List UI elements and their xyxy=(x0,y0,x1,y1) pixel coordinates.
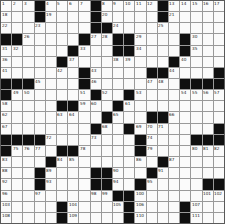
white-cell[interactable] xyxy=(57,168,67,178)
white-cell[interactable] xyxy=(12,202,22,212)
white-cell[interactable]: 100 xyxy=(135,191,145,201)
white-cell[interactable] xyxy=(12,101,22,111)
white-cell[interactable] xyxy=(191,68,201,78)
white-cell[interactable] xyxy=(158,135,168,145)
white-cell[interactable] xyxy=(214,213,224,223)
white-cell[interactable] xyxy=(102,68,112,78)
white-cell[interactable] xyxy=(180,23,190,33)
white-cell[interactable] xyxy=(191,23,201,33)
white-cell[interactable] xyxy=(135,12,145,22)
white-cell[interactable]: 52 xyxy=(102,90,112,100)
white-cell[interactable] xyxy=(203,157,213,167)
white-cell[interactable] xyxy=(79,12,89,22)
white-cell[interactable] xyxy=(124,112,134,122)
white-cell[interactable] xyxy=(203,168,213,178)
white-cell[interactable] xyxy=(203,23,213,33)
white-cell[interactable]: 3 xyxy=(23,1,33,11)
white-cell[interactable] xyxy=(191,191,201,201)
white-cell[interactable]: 28 xyxy=(102,34,112,44)
white-cell[interactable]: 56 xyxy=(203,90,213,100)
white-cell[interactable]: 40 xyxy=(180,57,190,67)
white-cell[interactable] xyxy=(180,101,190,111)
white-cell[interactable]: 77 xyxy=(35,146,45,156)
white-cell[interactable] xyxy=(113,157,123,167)
white-cell[interactable]: 103 xyxy=(1,202,11,212)
white-cell[interactable]: 20 xyxy=(102,12,112,22)
white-cell[interactable]: 109 xyxy=(68,213,78,223)
white-cell[interactable] xyxy=(180,191,190,201)
white-cell[interactable] xyxy=(191,112,201,122)
white-cell[interactable]: 62 xyxy=(1,112,11,122)
white-cell[interactable] xyxy=(102,157,112,167)
white-cell[interactable] xyxy=(46,112,56,122)
white-cell[interactable] xyxy=(35,46,45,56)
white-cell[interactable] xyxy=(12,157,22,167)
white-cell[interactable] xyxy=(23,179,33,189)
white-cell[interactable]: 111 xyxy=(191,213,201,223)
white-cell[interactable] xyxy=(23,124,33,134)
white-cell[interactable] xyxy=(23,157,33,167)
white-cell[interactable]: 21 xyxy=(169,12,179,22)
white-cell[interactable]: 108 xyxy=(1,213,11,223)
white-cell[interactable]: 26 xyxy=(23,34,33,44)
white-cell[interactable] xyxy=(46,213,56,223)
white-cell[interactable] xyxy=(23,202,33,212)
white-cell[interactable]: 15 xyxy=(191,1,201,11)
white-cell[interactable] xyxy=(23,12,33,22)
white-cell[interactable]: 19 xyxy=(46,12,56,22)
white-cell[interactable]: 68 xyxy=(102,124,112,134)
white-cell[interactable]: 72 xyxy=(46,135,56,145)
white-cell[interactable] xyxy=(203,101,213,111)
white-cell[interactable] xyxy=(169,124,179,134)
white-cell[interactable] xyxy=(57,124,67,134)
white-cell[interactable] xyxy=(91,157,101,167)
white-cell[interactable]: 61 xyxy=(124,101,134,111)
white-cell[interactable] xyxy=(12,168,22,178)
white-cell[interactable]: 90 xyxy=(113,168,123,178)
white-cell[interactable] xyxy=(46,23,56,33)
white-cell[interactable]: 45 xyxy=(35,79,45,89)
white-cell[interactable]: 22 xyxy=(1,23,11,33)
white-cell[interactable]: 107 xyxy=(191,202,201,212)
white-cell[interactable] xyxy=(23,68,33,78)
white-cell[interactable] xyxy=(68,179,78,189)
white-cell[interactable] xyxy=(57,12,67,22)
white-cell[interactable] xyxy=(214,57,224,67)
white-cell[interactable] xyxy=(57,79,67,89)
white-cell[interactable] xyxy=(203,46,213,56)
white-cell[interactable]: 4 xyxy=(46,1,56,11)
white-cell[interactable] xyxy=(68,135,78,145)
white-cell[interactable] xyxy=(158,179,168,189)
white-cell[interactable]: 37 xyxy=(68,57,78,67)
white-cell[interactable] xyxy=(169,191,179,201)
white-cell[interactable]: 8 xyxy=(102,1,112,11)
white-cell[interactable] xyxy=(214,157,224,167)
white-cell[interactable] xyxy=(91,112,101,122)
white-cell[interactable]: 42 xyxy=(57,68,67,78)
white-cell[interactable] xyxy=(113,124,123,134)
white-cell[interactable]: 59 xyxy=(79,101,89,111)
white-cell[interactable] xyxy=(102,135,112,145)
white-cell[interactable]: 38 xyxy=(113,57,123,67)
white-cell[interactable] xyxy=(180,157,190,167)
white-cell[interactable] xyxy=(79,112,89,122)
white-cell[interactable] xyxy=(12,191,22,201)
white-cell[interactable] xyxy=(35,202,45,212)
white-cell[interactable]: 78 xyxy=(79,146,89,156)
white-cell[interactable] xyxy=(46,101,56,111)
white-cell[interactable] xyxy=(147,23,157,33)
white-cell[interactable]: 12 xyxy=(147,1,157,11)
white-cell[interactable] xyxy=(79,135,89,145)
white-cell[interactable]: 81 xyxy=(203,146,213,156)
white-cell[interactable] xyxy=(203,202,213,212)
white-cell[interactable] xyxy=(214,46,224,56)
white-cell[interactable]: 55 xyxy=(191,90,201,100)
white-cell[interactable] xyxy=(12,179,22,189)
white-cell[interactable] xyxy=(147,191,157,201)
white-cell[interactable] xyxy=(102,213,112,223)
white-cell[interactable] xyxy=(91,202,101,212)
white-cell[interactable]: 29 xyxy=(135,34,145,44)
white-cell[interactable]: 63 xyxy=(57,112,67,122)
white-cell[interactable] xyxy=(79,191,89,201)
white-cell[interactable] xyxy=(203,34,213,44)
white-cell[interactable]: 64 xyxy=(68,112,78,122)
white-cell[interactable] xyxy=(79,57,89,67)
white-cell[interactable] xyxy=(169,213,179,223)
white-cell[interactable] xyxy=(91,46,101,56)
white-cell[interactable] xyxy=(135,79,145,89)
white-cell[interactable] xyxy=(180,179,190,189)
white-cell[interactable] xyxy=(124,23,134,33)
white-cell[interactable] xyxy=(169,79,179,89)
white-cell[interactable]: 33 xyxy=(79,46,89,56)
white-cell[interactable] xyxy=(113,90,123,100)
white-cell[interactable] xyxy=(57,34,67,44)
white-cell[interactable] xyxy=(158,90,168,100)
white-cell[interactable] xyxy=(203,112,213,122)
white-cell[interactable] xyxy=(214,202,224,212)
white-cell[interactable]: 92 xyxy=(1,179,11,189)
white-cell[interactable]: 43 xyxy=(91,68,101,78)
white-cell[interactable] xyxy=(68,191,78,201)
white-cell[interactable] xyxy=(46,57,56,67)
white-cell[interactable] xyxy=(113,79,123,89)
white-cell[interactable]: 54 xyxy=(180,90,190,100)
white-cell[interactable] xyxy=(135,101,145,111)
white-cell[interactable] xyxy=(35,57,45,67)
white-cell[interactable] xyxy=(57,46,67,56)
white-cell[interactable] xyxy=(23,191,33,201)
white-cell[interactable] xyxy=(68,90,78,100)
white-cell[interactable]: 27 xyxy=(91,34,101,44)
white-cell[interactable] xyxy=(169,135,179,145)
white-cell[interactable] xyxy=(180,12,190,22)
white-cell[interactable]: 104 xyxy=(68,202,78,212)
white-cell[interactable] xyxy=(147,157,157,167)
white-cell[interactable]: 34 xyxy=(135,46,145,56)
white-cell[interactable]: 102 xyxy=(214,191,224,201)
white-cell[interactable] xyxy=(113,12,123,22)
white-cell[interactable] xyxy=(35,101,45,111)
white-cell[interactable] xyxy=(46,68,56,78)
white-cell[interactable]: 86 xyxy=(135,157,145,167)
white-cell[interactable] xyxy=(169,202,179,212)
white-cell[interactable] xyxy=(180,146,190,156)
white-cell[interactable]: 69 xyxy=(135,124,145,134)
white-cell[interactable] xyxy=(169,23,179,33)
white-cell[interactable]: 99 xyxy=(102,191,112,201)
white-cell[interactable]: 82 xyxy=(214,146,224,156)
white-cell[interactable]: 89 xyxy=(46,168,56,178)
white-cell[interactable] xyxy=(158,34,168,44)
white-cell[interactable]: 47 xyxy=(147,79,157,89)
white-cell[interactable] xyxy=(57,179,67,189)
white-cell[interactable] xyxy=(214,101,224,111)
white-cell[interactable]: 66 xyxy=(169,112,179,122)
white-cell[interactable] xyxy=(68,34,78,44)
white-cell[interactable]: 106 xyxy=(135,202,145,212)
white-cell[interactable]: 98 xyxy=(91,191,101,201)
white-cell[interactable]: 73 xyxy=(91,135,101,145)
white-cell[interactable] xyxy=(46,79,56,89)
white-cell[interactable] xyxy=(12,12,22,22)
white-cell[interactable] xyxy=(23,101,33,111)
white-cell[interactable] xyxy=(57,90,67,100)
white-cell[interactable] xyxy=(79,124,89,134)
white-cell[interactable]: 93 xyxy=(46,179,56,189)
white-cell[interactable]: 32 xyxy=(12,46,22,56)
white-cell[interactable] xyxy=(79,157,89,167)
white-cell[interactable] xyxy=(203,124,213,134)
white-cell[interactable]: 25 xyxy=(158,23,168,33)
white-cell[interactable] xyxy=(191,57,201,67)
white-cell[interactable] xyxy=(135,68,145,78)
white-cell[interactable] xyxy=(46,124,56,134)
white-cell[interactable] xyxy=(180,168,190,178)
white-cell[interactable] xyxy=(191,179,201,189)
white-cell[interactable] xyxy=(124,157,134,167)
white-cell[interactable] xyxy=(158,46,168,56)
white-cell[interactable] xyxy=(79,23,89,33)
white-cell[interactable] xyxy=(12,68,22,78)
white-cell[interactable] xyxy=(57,191,67,201)
white-cell[interactable] xyxy=(23,213,33,223)
white-cell[interactable]: 50 xyxy=(23,90,33,100)
white-cell[interactable] xyxy=(158,146,168,156)
white-cell[interactable]: 74 xyxy=(147,135,157,145)
white-cell[interactable]: 48 xyxy=(158,79,168,89)
white-cell[interactable] xyxy=(35,68,45,78)
white-cell[interactable] xyxy=(23,46,33,56)
white-cell[interactable]: 6 xyxy=(68,1,78,11)
white-cell[interactable]: 30 xyxy=(191,34,201,44)
white-cell[interactable] xyxy=(35,112,45,122)
white-cell[interactable] xyxy=(180,135,190,145)
white-cell[interactable]: 14 xyxy=(180,1,190,11)
white-cell[interactable] xyxy=(113,213,123,223)
white-cell[interactable] xyxy=(135,168,145,178)
white-cell[interactable]: 46 xyxy=(91,79,101,89)
white-cell[interactable] xyxy=(169,34,179,44)
white-cell[interactable] xyxy=(147,202,157,212)
white-cell[interactable] xyxy=(57,135,67,145)
white-cell[interactable] xyxy=(68,68,78,78)
white-cell[interactable] xyxy=(102,57,112,67)
white-cell[interactable]: 76 xyxy=(23,146,33,156)
white-cell[interactable] xyxy=(135,23,145,33)
white-cell[interactable]: 71 xyxy=(158,124,168,134)
white-cell[interactable]: 35 xyxy=(191,46,201,56)
white-cell[interactable] xyxy=(35,157,45,167)
white-cell[interactable]: 5 xyxy=(57,1,67,11)
white-cell[interactable]: 80 xyxy=(191,146,201,156)
white-cell[interactable] xyxy=(147,213,157,223)
white-cell[interactable] xyxy=(169,168,179,178)
white-cell[interactable]: 85 xyxy=(68,157,78,167)
white-cell[interactable] xyxy=(79,202,89,212)
white-cell[interactable] xyxy=(102,46,112,56)
white-cell[interactable] xyxy=(147,12,157,22)
white-cell[interactable] xyxy=(46,146,56,156)
white-cell[interactable]: 84 xyxy=(57,157,67,167)
white-cell[interactable]: 7 xyxy=(79,1,89,11)
white-cell[interactable] xyxy=(12,112,22,122)
white-cell[interactable]: 88 xyxy=(1,168,11,178)
white-cell[interactable] xyxy=(68,79,78,89)
white-cell[interactable] xyxy=(68,124,78,134)
white-cell[interactable] xyxy=(79,213,89,223)
white-cell[interactable]: 13 xyxy=(169,1,179,11)
white-cell[interactable]: 70 xyxy=(147,124,157,134)
white-cell[interactable] xyxy=(102,202,112,212)
white-cell[interactable] xyxy=(57,23,67,33)
white-cell[interactable]: 41 xyxy=(1,68,11,78)
white-cell[interactable]: 31 xyxy=(1,46,11,56)
white-cell[interactable]: 79 xyxy=(147,146,157,156)
white-cell[interactable] xyxy=(12,23,22,33)
white-cell[interactable] xyxy=(23,23,33,33)
white-cell[interactable]: 58 xyxy=(1,101,11,111)
white-cell[interactable]: 67 xyxy=(1,124,11,134)
white-cell[interactable]: 96 xyxy=(1,191,11,201)
white-cell[interactable] xyxy=(180,112,190,122)
white-cell[interactable]: 1 xyxy=(1,1,11,11)
white-cell[interactable] xyxy=(113,135,123,145)
white-cell[interactable] xyxy=(46,202,56,212)
white-cell[interactable]: 44 xyxy=(169,68,179,78)
white-cell[interactable]: 87 xyxy=(169,157,179,167)
white-cell[interactable]: 95 xyxy=(147,179,157,189)
white-cell[interactable] xyxy=(191,157,201,167)
white-cell[interactable] xyxy=(214,34,224,44)
white-cell[interactable]: 23 xyxy=(35,23,45,33)
white-cell[interactable] xyxy=(23,112,33,122)
white-cell[interactable] xyxy=(124,146,134,156)
white-cell[interactable]: 60 xyxy=(91,101,101,111)
white-cell[interactable] xyxy=(158,57,168,67)
white-cell[interactable] xyxy=(35,90,45,100)
white-cell[interactable]: 83 xyxy=(1,157,11,167)
white-cell[interactable] xyxy=(169,46,179,56)
white-cell[interactable] xyxy=(113,146,123,156)
white-cell[interactable] xyxy=(203,57,213,67)
white-cell[interactable] xyxy=(35,213,45,223)
white-cell[interactable]: 53 xyxy=(135,90,145,100)
white-cell[interactable] xyxy=(46,34,56,44)
white-cell[interactable] xyxy=(113,68,123,78)
white-cell[interactable]: 24 xyxy=(113,23,123,33)
white-cell[interactable] xyxy=(214,112,224,122)
white-cell[interactable] xyxy=(124,179,134,189)
white-cell[interactable] xyxy=(23,168,33,178)
white-cell[interactable] xyxy=(124,135,134,145)
white-cell[interactable] xyxy=(147,101,157,111)
white-cell[interactable] xyxy=(46,191,56,201)
white-cell[interactable] xyxy=(124,79,134,89)
white-cell[interactable] xyxy=(91,57,101,67)
white-cell[interactable]: 51 xyxy=(79,90,89,100)
white-cell[interactable] xyxy=(203,213,213,223)
white-cell[interactable] xyxy=(203,68,213,78)
white-cell[interactable] xyxy=(12,124,22,134)
white-cell[interactable]: 11 xyxy=(135,1,145,11)
white-cell[interactable] xyxy=(191,101,201,111)
white-cell[interactable] xyxy=(68,23,78,33)
white-cell[interactable] xyxy=(68,12,78,22)
white-cell[interactable] xyxy=(35,124,45,134)
white-cell[interactable] xyxy=(124,12,134,22)
white-cell[interactable] xyxy=(79,168,89,178)
white-cell[interactable] xyxy=(147,46,157,56)
white-cell[interactable] xyxy=(147,57,157,67)
white-cell[interactable]: 17 xyxy=(214,1,224,11)
white-cell[interactable]: 75 xyxy=(12,146,22,156)
white-cell[interactable]: 39 xyxy=(124,57,134,67)
white-cell[interactable] xyxy=(158,202,168,212)
white-cell[interactable]: 94 xyxy=(113,179,123,189)
white-cell[interactable] xyxy=(102,146,112,156)
white-cell[interactable] xyxy=(158,213,168,223)
white-cell[interactable] xyxy=(46,46,56,56)
white-cell[interactable]: 16 xyxy=(203,1,213,11)
white-cell[interactable]: 36 xyxy=(1,57,11,67)
white-cell[interactable] xyxy=(91,213,101,223)
white-cell[interactable] xyxy=(191,168,201,178)
white-cell[interactable] xyxy=(158,191,168,201)
white-cell[interactable] xyxy=(169,101,179,111)
white-cell[interactable]: 101 xyxy=(203,191,213,201)
white-cell[interactable] xyxy=(158,101,168,111)
white-cell[interactable] xyxy=(102,79,112,89)
white-cell[interactable] xyxy=(91,146,101,156)
white-cell[interactable] xyxy=(214,168,224,178)
white-cell[interactable]: 97 xyxy=(35,191,45,201)
white-cell[interactable] xyxy=(102,101,112,111)
white-cell[interactable] xyxy=(135,112,145,122)
white-cell[interactable] xyxy=(203,12,213,22)
white-cell[interactable]: 105 xyxy=(113,202,123,212)
white-cell[interactable]: 57 xyxy=(214,90,224,100)
white-cell[interactable] xyxy=(124,68,134,78)
white-cell[interactable]: 110 xyxy=(135,213,145,223)
white-cell[interactable] xyxy=(214,12,224,22)
white-cell[interactable]: 49 xyxy=(12,90,22,100)
white-cell[interactable] xyxy=(12,213,22,223)
